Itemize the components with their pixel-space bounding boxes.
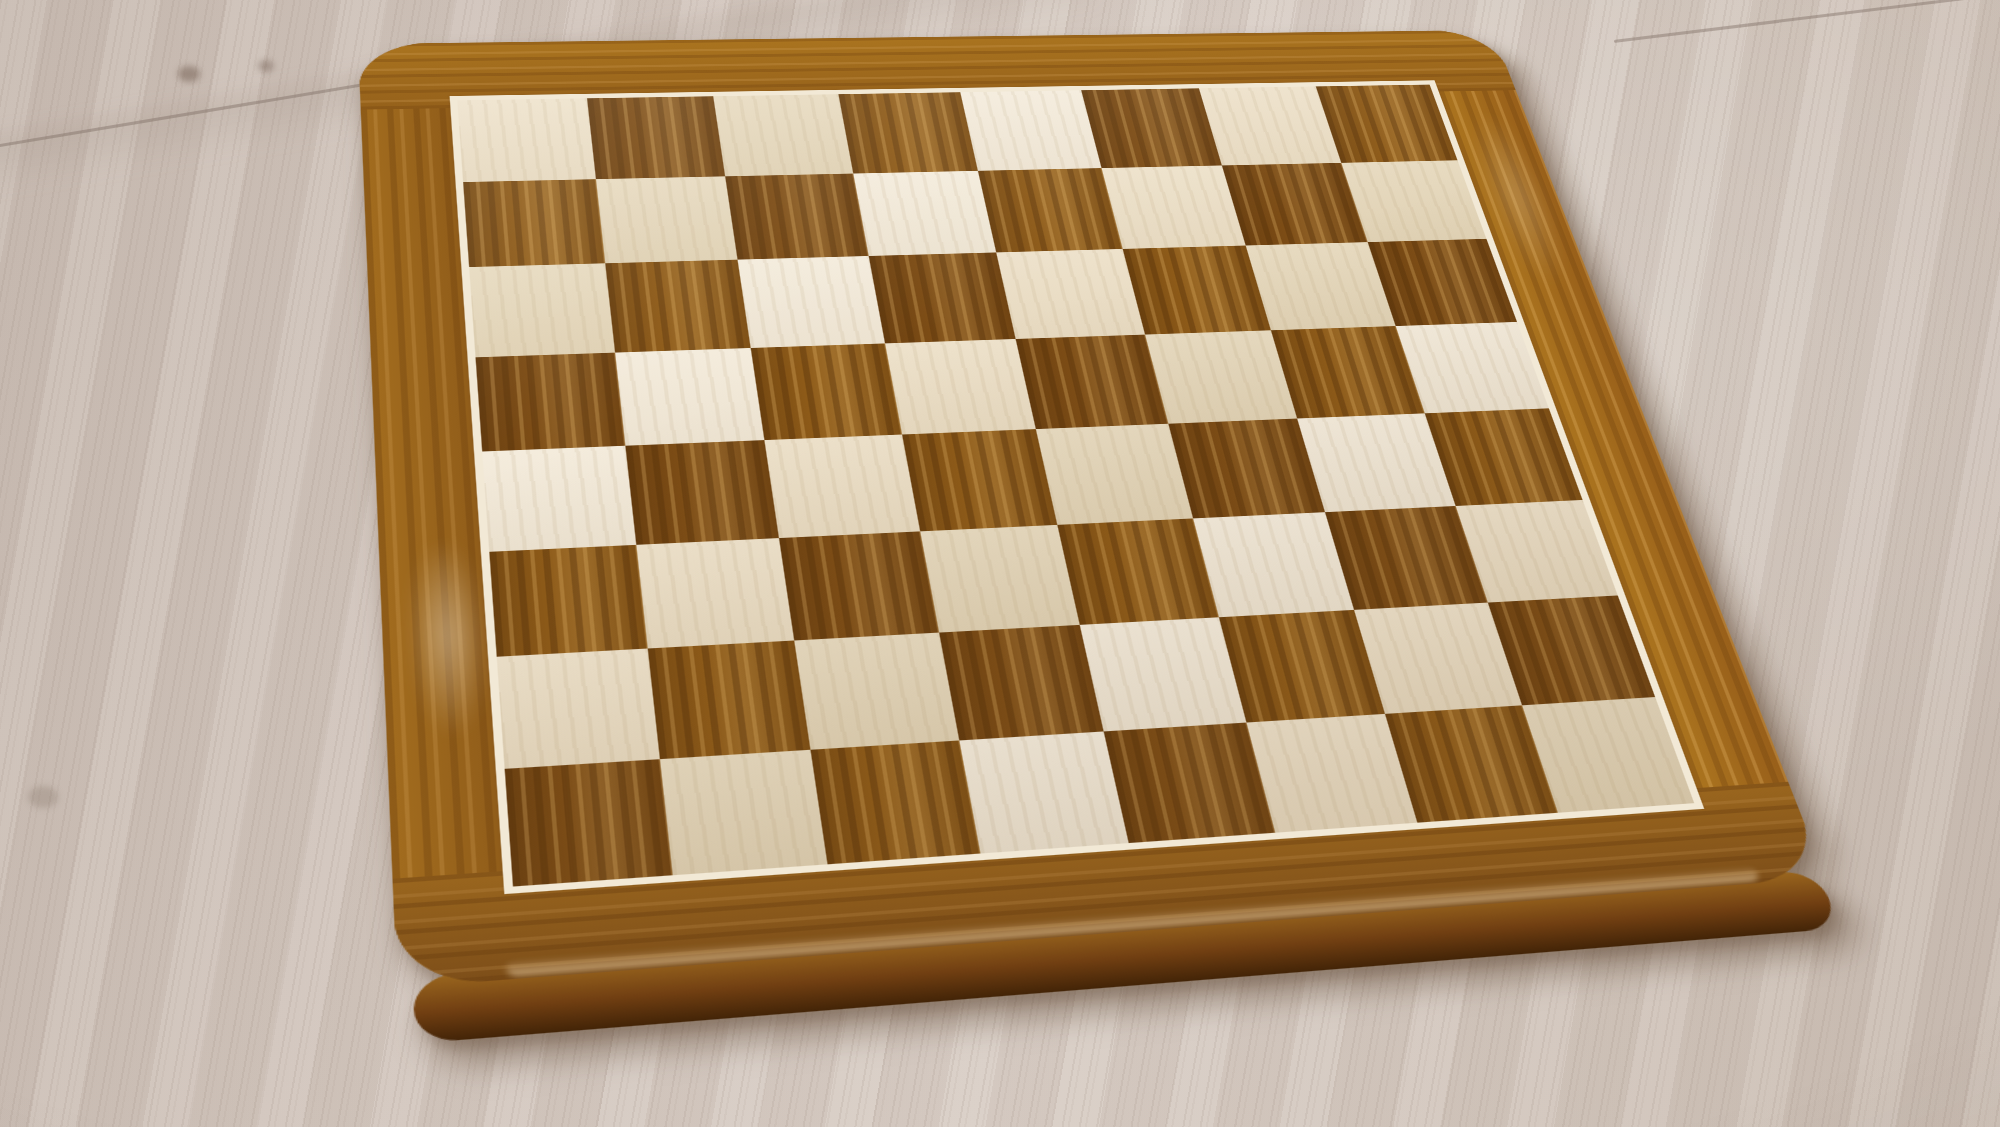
- board-square: [868, 252, 1015, 343]
- board-square: [614, 348, 764, 446]
- board-square: [1101, 165, 1246, 249]
- board-square: [605, 260, 751, 353]
- board-square: [779, 531, 939, 641]
- photo-scene: [0, 0, 2000, 1127]
- board-square: [659, 749, 827, 875]
- board-square: [636, 538, 795, 649]
- board-square: [489, 544, 647, 656]
- board-square: [469, 263, 614, 357]
- floor-knot: [28, 786, 58, 808]
- board-square: [958, 731, 1128, 854]
- board-square: [751, 343, 902, 440]
- board-square: [475, 352, 624, 451]
- board-square: [1080, 617, 1246, 731]
- board-square: [919, 524, 1079, 632]
- board-square: [738, 256, 885, 348]
- board-square: [505, 759, 672, 887]
- board-square: [457, 98, 595, 181]
- board-square: [625, 440, 779, 544]
- floor-plank-seam: [1614, 0, 2000, 43]
- board-square: [794, 633, 958, 750]
- board-square: [960, 90, 1101, 170]
- board-square: [1036, 424, 1192, 525]
- board-square: [497, 649, 659, 769]
- board-square: [938, 625, 1103, 740]
- board-square: [713, 94, 852, 176]
- floor-knot: [178, 66, 200, 82]
- board-square: [463, 179, 604, 267]
- board-square: [1016, 334, 1168, 429]
- board-square: [901, 429, 1057, 531]
- board-square: [1122, 246, 1271, 335]
- board-square: [996, 249, 1144, 339]
- board-square: [595, 176, 737, 263]
- board-square: [1057, 518, 1218, 625]
- board-square: [647, 640, 810, 758]
- board-square: [586, 96, 725, 179]
- board-square: [978, 168, 1122, 253]
- floor-knot: [258, 60, 274, 72]
- board-square: [838, 92, 978, 173]
- board-square: [725, 173, 868, 259]
- board-square: [853, 170, 997, 256]
- board-square: [1081, 88, 1222, 167]
- board-square: [764, 435, 919, 538]
- board-square: [810, 740, 979, 864]
- board-square: [1104, 722, 1275, 843]
- board-square: [884, 339, 1036, 435]
- board-square: [482, 446, 635, 552]
